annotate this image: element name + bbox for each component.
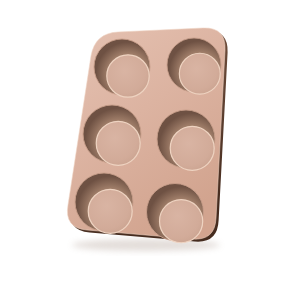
cup-bottom <box>88 189 132 233</box>
cup-bottom <box>96 121 140 165</box>
muffin-pan-illustration <box>0 0 292 292</box>
cup-bottom <box>107 55 149 97</box>
cup-bottom <box>170 126 214 170</box>
cup-bottom <box>160 200 203 243</box>
cup-bottom <box>179 53 220 94</box>
product-photo <box>0 0 292 292</box>
